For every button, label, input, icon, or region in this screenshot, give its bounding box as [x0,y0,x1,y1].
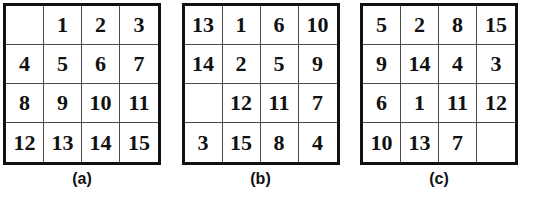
tile-12: 12 [477,84,515,123]
tile-7: 7 [120,45,158,84]
puzzle-board-c: 528159144361111210137 [360,3,518,165]
tile-14: 14 [401,45,439,84]
tile-6: 6 [82,45,120,84]
tile-12: 12 [223,84,261,123]
puzzle-board-a: 123456789101112131415 [3,3,161,165]
tile-15: 15 [223,123,261,162]
tile-8: 8 [261,123,299,162]
tile-7: 7 [299,84,337,123]
tile-1: 1 [223,6,261,45]
board-a-wrap: 123456789101112131415 (a) [3,3,161,198]
tile-8: 8 [6,84,44,123]
tile-13: 13 [185,6,223,45]
fifteen-puzzle-figure: 123456789101112131415 (a) 13161014259121… [0,0,537,198]
blank-cell [185,84,223,123]
tile-5: 5 [261,45,299,84]
tile-13: 13 [401,123,439,162]
board-a-label: (a) [72,170,92,188]
tile-6: 6 [363,84,401,123]
tile-13: 13 [44,123,82,162]
tile-4: 4 [439,45,477,84]
tile-9: 9 [44,84,82,123]
board-b-wrap: 131610142591211731584 (b) [182,3,340,198]
tile-5: 5 [44,45,82,84]
board-c-wrap: 528159144361111210137 (c) [360,3,518,198]
tile-5: 5 [363,6,401,45]
tile-4: 4 [6,45,44,84]
tile-1: 1 [44,6,82,45]
tile-9: 9 [299,45,337,84]
puzzle-board-b: 131610142591211731584 [182,3,340,165]
tile-2: 2 [223,45,261,84]
tile-1: 1 [401,84,439,123]
tile-10: 10 [299,6,337,45]
blank-cell [477,123,515,162]
tile-11: 11 [439,84,477,123]
tile-11: 11 [261,84,299,123]
tile-15: 15 [477,6,515,45]
tile-12: 12 [6,123,44,162]
tile-3: 3 [120,6,158,45]
tile-4: 4 [299,123,337,162]
tile-2: 2 [82,6,120,45]
tile-15: 15 [120,123,158,162]
tile-10: 10 [363,123,401,162]
tile-7: 7 [439,123,477,162]
tile-6: 6 [261,6,299,45]
board-c-label: (c) [429,170,449,188]
tile-14: 14 [185,45,223,84]
tile-10: 10 [82,84,120,123]
tile-3: 3 [185,123,223,162]
tile-8: 8 [439,6,477,45]
blank-cell [6,6,44,45]
board-b-label: (b) [250,170,270,188]
tile-9: 9 [363,45,401,84]
tile-3: 3 [477,45,515,84]
tile-2: 2 [401,6,439,45]
tile-14: 14 [82,123,120,162]
tile-11: 11 [120,84,158,123]
